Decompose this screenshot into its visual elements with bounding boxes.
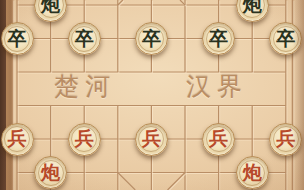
piece-character: 兵 xyxy=(203,123,234,154)
piece-red-soldier-f0r6[interactable]: 兵 xyxy=(1,123,34,156)
piece-black-soldier-f2r3[interactable]: 卒 xyxy=(68,22,101,55)
piece-black-soldier-f0r3[interactable]: 卒 xyxy=(1,22,34,55)
piece-red-cannon-f7r7[interactable]: 炮 xyxy=(236,156,269,189)
piece-character: 炮 xyxy=(35,0,66,20)
piece-character: 卒 xyxy=(136,23,167,54)
piece-black-cannon-f7r2[interactable]: 炮 xyxy=(236,0,269,22)
board-right-edge-shade xyxy=(293,0,304,190)
piece-black-soldier-f6r3[interactable]: 卒 xyxy=(202,22,235,55)
piece-red-cannon-f1r7[interactable]: 炮 xyxy=(34,156,67,189)
piece-character: 兵 xyxy=(136,123,167,154)
piece-black-cannon-f1r2[interactable]: 炮 xyxy=(34,0,67,22)
piece-character: 炮 xyxy=(237,0,268,20)
piece-character: 炮 xyxy=(237,157,268,188)
piece-character: 兵 xyxy=(2,123,33,154)
piece-red-soldier-f6r6[interactable]: 兵 xyxy=(202,123,235,156)
piece-character: 卒 xyxy=(2,23,33,54)
piece-black-soldier-f4r3[interactable]: 卒 xyxy=(135,22,168,55)
piece-character: 炮 xyxy=(35,157,66,188)
piece-character: 卒 xyxy=(203,23,234,54)
piece-red-soldier-f4r6[interactable]: 兵 xyxy=(135,123,168,156)
piece-character: 兵 xyxy=(69,123,100,154)
piece-red-soldier-f2r6[interactable]: 兵 xyxy=(68,123,101,156)
piece-character: 卒 xyxy=(69,23,100,54)
xiangqi-board[interactable]: 楚河 汉界 炮炮卒卒卒卒卒兵兵兵兵兵炮炮 xyxy=(0,0,304,190)
pieces-layer: 炮炮卒卒卒卒卒兵兵兵兵兵炮炮 xyxy=(0,0,304,190)
